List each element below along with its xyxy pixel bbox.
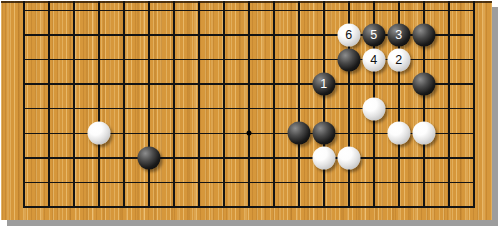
stone-black[interactable] <box>337 48 360 71</box>
stone-white[interactable] <box>412 122 435 145</box>
stone-black[interactable] <box>412 23 435 46</box>
grid-line-horizontal <box>23 108 475 110</box>
grid-line-vertical <box>98 1 100 208</box>
grid-line-horizontal <box>23 206 475 208</box>
stone-black[interactable] <box>412 73 435 96</box>
move-number-label: 4 <box>370 53 377 66</box>
stone-black-move-1[interactable]: 1 <box>312 73 335 96</box>
stone-white[interactable] <box>362 97 385 120</box>
page: 165432 <box>0 0 500 235</box>
stone-black[interactable] <box>312 122 335 145</box>
go-board[interactable]: 165432 <box>1 1 492 220</box>
grid-line-vertical <box>123 1 125 208</box>
grid-line-vertical <box>198 1 200 208</box>
grid-line-vertical <box>473 1 475 208</box>
grid-line-vertical <box>73 1 75 208</box>
grid-line-horizontal <box>23 182 475 184</box>
grid-line-horizontal <box>23 157 475 159</box>
star-point <box>246 131 251 136</box>
stone-white-move-6[interactable]: 6 <box>337 23 360 46</box>
grid-line-vertical <box>223 1 225 208</box>
stone-white-move-4[interactable]: 4 <box>362 48 385 71</box>
stone-white[interactable] <box>312 146 335 169</box>
stone-white[interactable] <box>87 122 110 145</box>
grid-line-vertical <box>323 1 325 208</box>
grid-line-vertical <box>248 1 250 208</box>
stone-black-move-3[interactable]: 3 <box>387 23 410 46</box>
move-number-label: 3 <box>395 29 402 42</box>
grid-line-vertical <box>173 1 175 208</box>
grid-line-vertical <box>23 1 25 208</box>
grid-line-vertical <box>298 1 300 208</box>
grid-line-vertical <box>448 1 450 208</box>
grid-line-vertical <box>48 1 50 208</box>
move-number-label: 5 <box>370 29 377 42</box>
grid-line-horizontal <box>23 10 475 12</box>
stone-black[interactable] <box>287 122 310 145</box>
stone-white-move-2[interactable]: 2 <box>387 48 410 71</box>
move-number-label: 1 <box>320 78 327 91</box>
move-number-label: 6 <box>345 29 352 42</box>
board-top-edge <box>1 1 492 3</box>
stone-white[interactable] <box>337 146 360 169</box>
grid-line-vertical <box>148 1 150 208</box>
move-number-label: 2 <box>395 53 402 66</box>
grid-line-horizontal <box>23 83 475 85</box>
stone-black[interactable] <box>137 146 160 169</box>
stone-black-move-5[interactable]: 5 <box>362 23 385 46</box>
stone-white[interactable] <box>387 122 410 145</box>
grid-line-vertical <box>273 1 275 208</box>
